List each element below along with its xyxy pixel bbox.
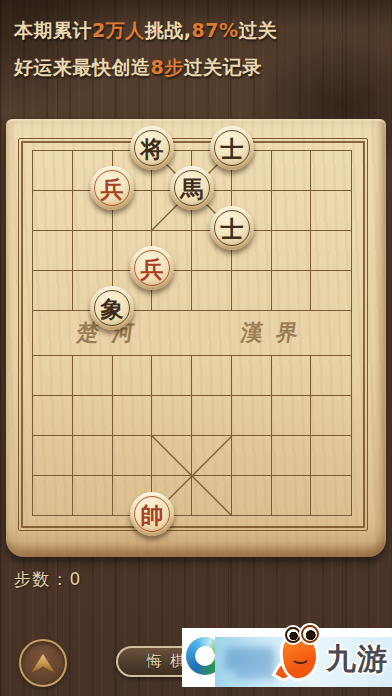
chevron-up-icon [31,654,55,673]
board-cell [152,395,192,435]
piece-glyph: 兵 [130,246,174,290]
board-cell [311,231,351,271]
board-grid-bottom [33,355,351,515]
board-cell [192,395,232,435]
piece-兵-2-1[interactable]: 兵 [90,166,134,210]
board-cell [113,355,153,395]
board-cell [73,435,113,475]
board-cell [192,271,232,311]
piece-glyph: 将 [130,126,174,170]
header-text-segment: 2万人 [92,19,145,41]
board-cell [113,395,153,435]
header-record-line: 好运来最快创造8步过关记录 [14,55,262,81]
board-cell [272,395,312,435]
board-cell [311,435,351,475]
watermark-blur-decor [235,669,277,680]
board-cell [33,395,73,435]
mascot-icon [278,626,322,682]
header-text-segment: 过关 [238,19,277,41]
board-cell [33,191,73,231]
piece-兵-3-3[interactable]: 兵 [130,246,174,290]
piece-glyph: 象 [90,286,134,330]
board-cell [73,231,113,271]
board-cell [192,435,232,475]
step-counter: 步数：0 [14,568,82,591]
header-text-segment: 8步 [151,56,184,78]
board-cell [232,355,272,395]
board-cell [113,435,153,475]
piece-glyph: 兵 [90,166,134,210]
board-cell [33,151,73,191]
mascot-eye-left [285,627,301,643]
board-cell [33,435,73,475]
river: 楚河 漢界 [33,311,351,355]
brand-text: 九游 [326,639,388,680]
header-text-segment: 过关记录 [184,56,262,78]
header-text-segment: 挑战, [145,19,192,41]
watermark-logo-hole [195,646,215,666]
board-cell [311,151,351,191]
board-cell [33,475,73,515]
piece-士-5-0[interactable]: 士 [210,126,254,170]
header-stats-line: 本期累计2万人挑战,87%过关 [14,18,277,44]
board-cell [73,395,113,435]
board-cell [311,271,351,311]
watermark-blur-decor [225,647,275,671]
board-cell [33,271,73,311]
board-cell [152,435,192,475]
board-cell [311,355,351,395]
board-cell [272,151,312,191]
board-cell [33,231,73,271]
piece-士-5-2[interactable]: 士 [210,206,254,250]
board-cell [272,271,312,311]
piece-glyph: 馬 [170,166,214,210]
xiangqi-puzzle-screen: 本期累计2万人挑战,87%过关 好运来最快创造8步过关记录 楚河 漢界 将士兵馬… [0,0,392,696]
board-cell [272,355,312,395]
board-cell [272,191,312,231]
board-cell [232,395,272,435]
board-cell [272,435,312,475]
piece-将-3-0[interactable]: 将 [130,126,174,170]
board-cell [73,355,113,395]
watermark-overlay: 九游 [182,628,392,687]
piece-glyph: 士 [210,206,254,250]
board-cell [272,231,312,271]
board-cell [192,475,232,515]
river-label-right: 漢界 [239,318,313,348]
piece-馬-4-1[interactable]: 馬 [170,166,214,210]
board-cell [152,355,192,395]
board-cell [73,475,113,515]
board-cell [33,355,73,395]
board-cell [232,435,272,475]
board-cell [272,475,312,515]
header-text-segment: 87% [191,19,238,41]
mascot-mouth [291,651,310,664]
piece-glyph: 士 [210,126,254,170]
mascot-eye-right [301,625,319,643]
header-text-segment: 本期累计 [14,19,92,41]
expand-menu-button[interactable] [19,639,67,687]
board-cell [232,475,272,515]
piece-象-2-4[interactable]: 象 [90,286,134,330]
board-cell [311,395,351,435]
header-text-segment: 好运来最快创造 [14,56,151,78]
board-cell [192,355,232,395]
piece-帥-3-9[interactable]: 帥 [130,492,174,536]
piece-glyph: 帥 [130,492,174,536]
board-cell [232,271,272,311]
board-cell [311,475,351,515]
board-cell [311,191,351,231]
